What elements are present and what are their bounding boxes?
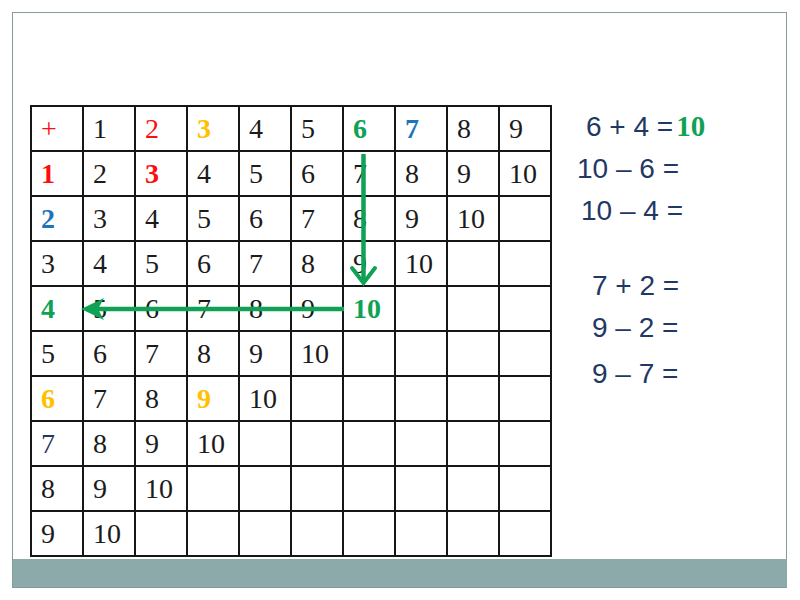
equation-answer: 10 xyxy=(676,110,705,142)
cell-r3c1: 4 xyxy=(84,242,136,287)
cell-r2c9 xyxy=(500,197,552,242)
cell-r9c5 xyxy=(292,512,344,557)
cell-r8c5 xyxy=(292,467,344,512)
cell-r2c5: 7 xyxy=(292,197,344,242)
cell-r8c3 xyxy=(188,467,240,512)
cell-r4c9 xyxy=(500,287,552,332)
cell-r6c1: 7 xyxy=(84,377,136,422)
cell-r5c4: 9 xyxy=(240,332,292,377)
equation-10-minus-6: 10 – 6 = xyxy=(577,152,682,185)
cell-r1c6: 7 xyxy=(344,152,396,197)
cell-r8c8 xyxy=(448,467,500,512)
cell-r1c0: 1 xyxy=(32,152,84,197)
cell-r0c7: 7 xyxy=(396,107,448,152)
cell-r4c2: 6 xyxy=(136,287,188,332)
addition-table: +123456789123456789102345678910345678910… xyxy=(30,105,552,557)
cell-r9c9 xyxy=(500,512,552,557)
cell-r8c9 xyxy=(500,467,552,512)
cell-r1c9: 10 xyxy=(500,152,552,197)
cell-r4c3: 7 xyxy=(188,287,240,332)
cell-r5c1: 6 xyxy=(84,332,136,377)
cell-r8c1: 9 xyxy=(84,467,136,512)
cell-r3c3: 6 xyxy=(188,242,240,287)
equation-text: 10 – 4 = xyxy=(581,195,683,226)
cell-r7c3: 10 xyxy=(188,422,240,467)
cell-r8c0: 8 xyxy=(32,467,84,512)
cell-r0c5: 5 xyxy=(292,107,344,152)
cell-r4c5: 9 xyxy=(292,287,344,332)
cell-r2c1: 3 xyxy=(84,197,136,242)
cell-r9c4 xyxy=(240,512,292,557)
cell-r0c4: 4 xyxy=(240,107,292,152)
cell-r6c5 xyxy=(292,377,344,422)
cell-r2c7: 9 xyxy=(396,197,448,242)
cell-r6c6 xyxy=(344,377,396,422)
cell-r3c4: 7 xyxy=(240,242,292,287)
cell-r0c3: 3 xyxy=(188,107,240,152)
cell-r5c9 xyxy=(500,332,552,377)
cell-r3c8 xyxy=(448,242,500,287)
cell-r0c1: 1 xyxy=(84,107,136,152)
cell-r1c3: 4 xyxy=(188,152,240,197)
cell-r1c4: 5 xyxy=(240,152,292,197)
cell-r1c1: 2 xyxy=(84,152,136,197)
cell-r2c4: 6 xyxy=(240,197,292,242)
cell-r9c0: 9 xyxy=(32,512,84,557)
cell-r7c9 xyxy=(500,422,552,467)
equation-10-minus-4: 10 – 4 = xyxy=(581,194,686,227)
cell-r7c5 xyxy=(292,422,344,467)
cell-r0c0: + xyxy=(32,107,84,152)
cell-r5c5: 10 xyxy=(292,332,344,377)
cell-r5c8 xyxy=(448,332,500,377)
cell-r4c0: 4 xyxy=(32,287,84,332)
cell-r7c7 xyxy=(396,422,448,467)
cell-r4c7 xyxy=(396,287,448,332)
cell-r9c7 xyxy=(396,512,448,557)
cell-r7c6 xyxy=(344,422,396,467)
cell-r8c2: 10 xyxy=(136,467,188,512)
cell-r3c0: 3 xyxy=(32,242,84,287)
equation-text: 6 + 4 = xyxy=(586,111,673,142)
cell-r4c1: 5 xyxy=(84,287,136,332)
equation-text: 9 – 7 = xyxy=(592,358,678,389)
cell-r6c4: 10 xyxy=(240,377,292,422)
cell-r3c5: 8 xyxy=(292,242,344,287)
cell-r9c1: 10 xyxy=(84,512,136,557)
cell-r4c4: 8 xyxy=(240,287,292,332)
cell-r4c8 xyxy=(448,287,500,332)
cell-r2c3: 5 xyxy=(188,197,240,242)
cell-r8c7 xyxy=(396,467,448,512)
cell-r1c7: 8 xyxy=(396,152,448,197)
cell-r8c4 xyxy=(240,467,292,512)
cell-r8c6 xyxy=(344,467,396,512)
cell-r5c0: 5 xyxy=(32,332,84,377)
equation-6-plus-4: 6 + 4 =10 xyxy=(586,110,705,143)
cell-r2c6: 8 xyxy=(344,197,396,242)
cell-r6c0: 6 xyxy=(32,377,84,422)
cell-r1c2: 3 xyxy=(136,152,188,197)
cell-r5c3: 8 xyxy=(188,332,240,377)
cell-r2c8: 10 xyxy=(448,197,500,242)
cell-r9c6 xyxy=(344,512,396,557)
cell-r9c2 xyxy=(136,512,188,557)
equation-text: 10 – 6 = xyxy=(577,153,679,184)
cell-r3c2: 5 xyxy=(136,242,188,287)
equation-text: 7 + 2 = xyxy=(592,270,679,301)
cell-r0c6: 6 xyxy=(344,107,396,152)
slide: +123456789123456789102345678910345678910… xyxy=(0,0,800,600)
cell-r6c7 xyxy=(396,377,448,422)
cell-r5c7 xyxy=(396,332,448,377)
cell-r0c8: 8 xyxy=(448,107,500,152)
cell-r7c4 xyxy=(240,422,292,467)
cell-r4c6: 10 xyxy=(344,287,396,332)
equation-text: 9 – 2 = xyxy=(592,312,678,343)
cell-r2c0: 2 xyxy=(32,197,84,242)
cell-r5c6 xyxy=(344,332,396,377)
equation-7-plus-2: 7 + 2 = xyxy=(592,269,682,302)
cell-r2c2: 4 xyxy=(136,197,188,242)
cell-r6c2: 8 xyxy=(136,377,188,422)
cell-r3c6: 9 xyxy=(344,242,396,287)
cell-r7c1: 8 xyxy=(84,422,136,467)
cell-r7c2: 9 xyxy=(136,422,188,467)
cell-r5c2: 7 xyxy=(136,332,188,377)
equation-9-minus-7: 9 – 7 = xyxy=(592,357,681,390)
cell-r9c3 xyxy=(188,512,240,557)
cell-r7c0: 7 xyxy=(32,422,84,467)
cell-r7c8 xyxy=(448,422,500,467)
cell-r1c5: 6 xyxy=(292,152,344,197)
bottom-accent-bar xyxy=(13,559,787,587)
cell-r6c3: 9 xyxy=(188,377,240,422)
cell-r9c8 xyxy=(448,512,500,557)
cell-r1c8: 9 xyxy=(448,152,500,197)
equation-9-minus-2: 9 – 2 = xyxy=(592,311,681,344)
cell-r6c9 xyxy=(500,377,552,422)
cell-r3c7: 10 xyxy=(396,242,448,287)
cell-r0c2: 2 xyxy=(136,107,188,152)
cell-r0c9: 9 xyxy=(500,107,552,152)
cell-r6c8 xyxy=(448,377,500,422)
cell-r3c9 xyxy=(500,242,552,287)
